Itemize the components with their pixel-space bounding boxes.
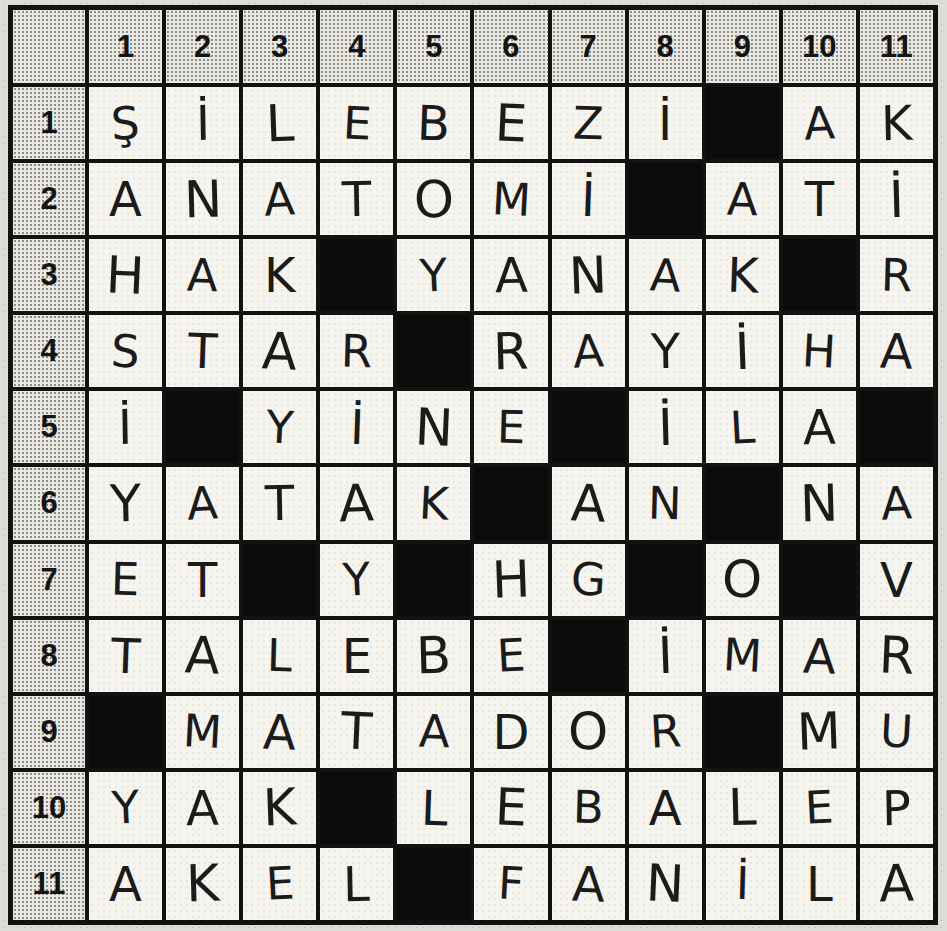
grid-cell-r11c8[interactable]: N [629,848,702,920]
grid-cell-r11c10[interactable]: L [783,848,856,920]
cell-letter-r4c1: S [110,328,141,374]
black-cell-r2c8 [629,163,702,235]
grid-cell-r3c5[interactable]: Y [397,239,470,311]
grid-cell-r5c1[interactable]: İ [89,391,162,463]
cell-letter-r7c2: T [188,556,217,604]
cell-letter-r8c6: E [496,632,527,678]
cell-letter-r9c4: T [340,706,373,758]
cell-letter-r6c5: K [418,480,450,526]
black-cell-r5c2 [166,391,239,463]
cell-letter-r1c1: Ş [110,100,141,146]
cell-letter-r8c2: A [184,629,221,681]
row-header-10: 10 [13,772,85,844]
grid-cell-r10c1[interactable]: Y [89,772,162,844]
black-cell-r6c9 [706,467,779,539]
cell-letter-r10c10: E [804,785,835,831]
cell-letter-r3c7: N [568,249,608,301]
grid-cell-r7c6[interactable]: H [474,544,547,616]
grid-cell-r2c6[interactable]: M [474,163,547,235]
cell-letter-r1c6: E [494,97,528,149]
black-cell-r7c10 [783,544,856,616]
grid-cell-r7c2[interactable]: T [166,544,239,616]
black-cell-r7c3 [243,544,316,616]
cell-letter-r11c6: F [497,861,525,907]
grid-cell-r4c4[interactable]: R [320,315,393,387]
grid-cell-r4c8[interactable]: Y [629,315,702,387]
black-cell-r5c11 [860,391,933,463]
grid-cell-r2c4[interactable]: T [320,163,393,235]
black-cell-r7c8 [629,544,702,616]
cell-letter-r11c7: A [571,859,605,908]
grid-cell-r8c2[interactable]: A [166,620,239,692]
column-header-11: 11 [860,10,933,83]
grid-cell-r9c11[interactable]: U [860,696,933,768]
grid-cell-r1c6[interactable]: E [474,87,547,159]
grid-cell-r7c7[interactable]: G [552,544,625,616]
grid-cell-r5c4[interactable]: İ [320,391,393,463]
grid-cell-r4c9[interactable]: İ [706,315,779,387]
cell-letter-r1c3: L [265,97,295,149]
cell-letter-r3c6: A [494,251,528,300]
grid-cell-r11c6[interactable]: F [474,848,547,920]
column-header-2: 2 [166,10,239,83]
cell-letter-r5c3: Y [265,404,295,450]
grid-cell-r6c3[interactable]: T [243,467,316,539]
cell-letter-r5c10: A [803,403,837,452]
grid-cell-r8c8[interactable]: İ [629,620,702,692]
cell-letter-r11c11: A [878,858,914,910]
cell-letter-r1c11: K [880,99,912,148]
cell-letter-r11c1: A [109,860,142,908]
cell-letter-r7c7: G [569,556,606,603]
grid-cell-r2c11[interactable]: İ [860,163,933,235]
grid-cell-r6c7[interactable]: A [552,467,625,539]
cell-letter-r10c6: E [494,782,528,834]
black-cell-r6c6 [474,467,547,539]
cell-letter-r8c4: E [342,632,372,680]
grid-cell-r4c11[interactable]: A [860,315,933,387]
cell-letter-r3c5: Y [419,252,449,298]
cell-letter-r8c8: İ [657,630,674,681]
grid-cell-r3c6[interactable]: A [474,239,547,311]
cell-letter-r4c6: R [493,325,530,377]
cell-letter-r9c8: R [648,708,682,755]
cell-letter-r4c8: Y [650,327,680,376]
grid-cell-r6c1[interactable]: Y [89,467,162,539]
grid-cell-r6c11[interactable]: A [860,467,933,539]
grid-cell-r8c6[interactable]: E [474,620,547,692]
grid-cell-r2c1[interactable]: A [89,163,162,235]
grid-cell-r4c1[interactable]: S [89,315,162,387]
grid-cell-r6c8[interactable]: N [629,467,702,539]
grid-cell-r6c5[interactable]: K [397,467,470,539]
column-header-7: 7 [552,10,625,83]
grid-cell-r2c2[interactable]: N [166,163,239,235]
cell-letter-r6c1: Y [109,478,141,530]
row-header-4: 4 [13,315,85,387]
cell-letter-r9c10: M [796,706,842,759]
grid-cell-r10c3[interactable]: K [243,772,316,844]
black-cell-r8c7 [552,620,625,692]
grid-cell-r7c9[interactable]: O [706,544,779,616]
grid-cell-r3c3[interactable]: K [243,239,316,311]
cell-letter-r11c8: N [645,858,685,911]
column-header-4: 4 [320,10,393,83]
grid-cell-r9c3[interactable]: A [243,696,316,768]
black-cell-r11c5 [397,848,470,920]
cell-letter-r8c10: A [802,631,836,680]
grid-cell-r1c2[interactable]: İ [166,87,239,159]
column-header-3: 3 [243,10,316,83]
cell-letter-r9c3: A [262,707,296,756]
grid-cell-r5c5[interactable]: N [397,391,470,463]
grid-cell-r9c6[interactable]: D [474,696,547,768]
cell-letter-r8c11: R [878,629,916,681]
grid-cell-r8c11[interactable]: R [860,620,933,692]
cell-letter-r2c9: A [726,176,758,222]
cell-letter-r1c4: E [341,100,372,146]
black-cell-r10c4 [320,772,393,844]
grid-cell-r11c2[interactable]: K [166,848,239,920]
grid-cell-r8c5[interactable]: B [397,620,470,692]
cell-letter-r10c11: P [882,784,912,832]
column-header-6: 6 [474,10,547,83]
row-header-2: 2 [13,163,85,235]
cell-letter-r3c11: R [880,252,912,298]
row-header-6: 6 [13,467,85,539]
cell-letter-r5c9: L [729,404,756,450]
grid-cell-r9c8[interactable]: R [629,696,702,768]
grid-cell-r9c10[interactable]: M [783,696,856,768]
grid-cell-r9c5[interactable]: A [397,696,470,768]
grid-cell-r1c1[interactable]: Ş [89,87,162,159]
column-header-1: 1 [89,10,162,83]
column-header-10: 10 [783,10,856,83]
cell-letter-r4c3: A [261,325,298,377]
cell-letter-r3c8: A [649,252,682,299]
row-header-7: 7 [13,544,85,616]
grid-cell-r4c6[interactable]: R [474,315,547,387]
grid-cell-r9c2[interactable]: M [166,696,239,768]
grid-cell-r7c1[interactable]: E [89,544,162,616]
cell-letter-r4c7: A [572,328,605,375]
cell-letter-r9c5: A [418,709,450,755]
grid-cell-r8c3[interactable]: L [243,620,316,692]
cell-letter-r2c7: İ [580,175,596,223]
grid-cell-r11c1[interactable]: A [89,848,162,920]
cell-letter-r5c5: N [414,401,454,454]
cell-letter-r9c2: M [182,708,223,755]
black-cell-r3c10 [783,239,856,311]
cell-letter-r6c8: N [648,481,683,527]
grid-cell-r5c3[interactable]: Y [243,391,316,463]
grid-cell-r11c3[interactable]: E [243,848,316,920]
cell-letter-r6c4: A [338,477,375,529]
black-cell-r9c9 [706,696,779,768]
cell-letter-r4c11: A [879,327,913,376]
row-header-8: 8 [13,620,85,692]
grid-cell-r10c8[interactable]: A [629,772,702,844]
cell-letter-r4c9: İ [734,326,751,377]
grid-cell-r10c10[interactable]: E [783,772,856,844]
cell-letter-r9c7: O [567,706,608,758]
grid-cell-r10c2[interactable]: A [166,772,239,844]
cell-letter-r8c1: T [110,631,141,680]
crossword-board: 12345678910111ŞİLEBEZİAK2ANATOMİATİ3HAKY… [8,5,938,925]
cell-letter-r3c1: H [105,249,146,302]
grid-cell-r8c9[interactable]: M [706,620,779,692]
cell-letter-r3c2: A [187,252,219,298]
grid-cell-r1c3[interactable]: L [243,87,316,159]
cell-letter-r11c2: K [185,858,220,910]
black-cell-r5c7 [552,391,625,463]
grid-cell-r11c4[interactable]: L [320,848,393,920]
cell-letter-r1c2: İ [195,99,210,147]
grid-cell-r4c2[interactable]: T [166,315,239,387]
cell-letter-r5c6: E [496,405,526,451]
cell-letter-r5c4: İ [349,403,365,451]
grid-cell-r2c5[interactable]: O [397,163,470,235]
grid-cell-r7c11[interactable]: V [860,544,933,616]
cell-letter-r1c5: B [417,98,452,147]
cell-letter-r10c2: A [186,784,220,833]
grid-cell-r1c5[interactable]: B [397,87,470,159]
cell-letter-r4c10: H [801,328,837,375]
grid-cell-r6c10[interactable]: N [783,467,856,539]
row-header-11: 11 [13,848,85,920]
cell-letter-r6c3: T [265,479,295,528]
black-cell-r9c1 [89,696,162,768]
grid-cell-r7c4[interactable]: Y [320,544,393,616]
cell-letter-r10c7: B [572,785,604,831]
grid-cell-r6c4[interactable]: A [320,467,393,539]
cell-letter-r11c10: L [806,860,833,908]
cell-letter-r2c2: N [183,173,222,225]
cell-letter-r1c10: A [803,100,836,147]
grid-cell-r6c2[interactable]: A [166,467,239,539]
column-header-9: 9 [706,10,779,83]
grid-cell-r8c1[interactable]: T [89,620,162,692]
cell-letter-r8c3: L [267,633,293,679]
grid-cell-r10c6[interactable]: E [474,772,547,844]
grid-cell-r3c2[interactable]: A [166,239,239,311]
grid-cell-r3c1[interactable]: H [89,239,162,311]
cell-letter-r3c9: K [726,251,759,300]
column-header-5: 5 [397,10,470,83]
grid-cell-r1c4[interactable]: E [320,87,393,159]
grid-cell-r10c5[interactable]: L [397,772,470,844]
grid-cell-r8c4[interactable]: E [320,620,393,692]
cell-letter-r10c3: K [262,782,297,834]
cell-letter-r9c11: U [879,708,914,755]
cell-letter-r7c9: O [721,553,763,606]
cell-letter-r2c6: M [490,176,531,223]
cell-letter-r10c5: L [420,783,448,832]
cell-letter-r10c9: L [727,782,757,834]
cell-letter-r1c7: Z [572,100,604,146]
cell-letter-r11c3: E [264,861,295,907]
cell-letter-r2c10: T [805,175,834,223]
grid-cell-r1c10[interactable]: A [783,87,856,159]
cell-letter-r9c6: D [493,708,530,756]
cell-letter-r6c10: N [800,477,839,529]
cell-letter-r11c9: İ [735,861,749,906]
cell-letter-r2c11: İ [888,173,904,224]
column-header-8: 8 [629,10,702,83]
grid-cell-r4c3[interactable]: A [243,315,316,387]
grid-cell-r3c9[interactable]: K [706,239,779,311]
grid-cell-r3c8[interactable]: A [629,239,702,311]
cell-letter-r5c8: İ [657,402,673,453]
cell-letter-r10c8: A [649,784,682,832]
cell-letter-r1c8: İ [658,99,672,147]
corner-cell [13,10,85,83]
grid-cell-r9c4[interactable]: T [320,696,393,768]
grid-cell-r1c8[interactable]: İ [629,87,702,159]
black-cell-r4c5 [397,315,470,387]
row-header-3: 3 [13,239,85,311]
grid-cell-r10c9[interactable]: L [706,772,779,844]
row-header-5: 5 [13,391,85,463]
grid-cell-r10c7[interactable]: B [552,772,625,844]
row-header-9: 9 [13,696,85,768]
grid-cell-r5c9[interactable]: L [706,391,779,463]
black-cell-r1c9 [706,87,779,159]
black-cell-r7c5 [397,544,470,616]
grid-cell-r9c7[interactable]: O [552,696,625,768]
grid-cell-r1c7[interactable]: Z [552,87,625,159]
cell-letter-r6c7: A [570,477,607,529]
grid-cell-r2c7[interactable]: İ [552,163,625,235]
cell-letter-r6c11: A [880,480,913,527]
cell-letter-r7c1: E [111,557,141,603]
cell-letter-r8c5: B [416,630,452,682]
grid-cell-r1c11[interactable]: K [860,87,933,159]
grid-cell-r2c9[interactable]: A [706,163,779,235]
cell-letter-r7c11: V [880,556,913,604]
cell-letter-r11c4: L [343,860,371,908]
grid-cell-r5c8[interactable]: İ [629,391,702,463]
grid-cell-r8c10[interactable]: A [783,620,856,692]
grid-cell-r5c6[interactable]: E [474,391,547,463]
cell-letter-r2c1: A [109,175,142,223]
cell-letter-r4c4: R [341,328,373,374]
grid-cell-r10c11[interactable]: P [860,772,933,844]
cell-letter-r6c2: A [186,480,219,527]
black-cell-r3c4 [320,239,393,311]
cell-letter-r4c2: T [187,327,218,376]
cell-letter-r7c6: H [491,553,531,605]
cell-letter-r2c3: A [263,176,296,223]
cell-letter-r3c3: K [264,251,295,299]
grid-cell-r11c11[interactable]: A [860,848,933,920]
cell-letter-r2c5: O [413,173,455,225]
row-header-1: 1 [13,87,85,159]
grid-cell-r3c7[interactable]: N [552,239,625,311]
grid-cell-r3c11[interactable]: R [860,239,933,311]
grid-cell-r5c10[interactable]: A [783,391,856,463]
grid-cell-r2c10[interactable]: T [783,163,856,235]
grid-cell-r2c3[interactable]: A [243,163,316,235]
grid-cell-r4c10[interactable]: H [783,315,856,387]
grid-cell-r4c7[interactable]: A [552,315,625,387]
grid-cell-r11c9[interactable]: İ [706,848,779,920]
cell-letter-r5c1: İ [118,403,133,451]
cell-letter-r2c4: T [342,175,372,224]
cell-letter-r10c1: Y [111,785,141,831]
cell-letter-r8c9: M [722,632,763,679]
grid-cell-r11c7[interactable]: A [552,848,625,920]
cell-letter-r7c4: Y [342,556,372,602]
